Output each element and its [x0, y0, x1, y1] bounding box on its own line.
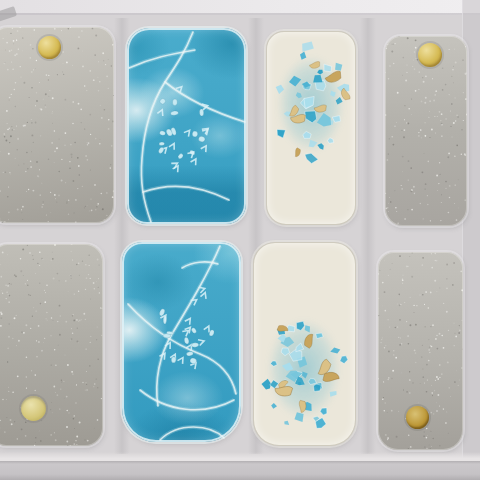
- sheet-bottom-shadow: [0, 461, 480, 480]
- nail-7-sticker: [253, 242, 356, 446]
- gold-stud: [21, 396, 46, 421]
- nail-wrap-sheet-photo: [0, 0, 480, 480]
- sheet-bottom-edge: [0, 452, 480, 461]
- nail-5-sticker: [0, 244, 103, 446]
- marble-overlay: [122, 242, 241, 442]
- glitter-texture: [0, 27, 114, 223]
- nail-8-sticker: [378, 252, 463, 450]
- marble-overlay: [127, 28, 246, 224]
- nail-2-sticker: [127, 28, 246, 224]
- glitter-texture: [0, 244, 103, 446]
- nail-6-sticker: [122, 242, 241, 442]
- gold-stud: [38, 36, 61, 59]
- gold-stud: [418, 43, 442, 67]
- nail-stickers-group: [0, 0, 480, 480]
- nail-1-sticker: [0, 27, 114, 223]
- flake-overlay: [267, 32, 357, 226]
- flake-overlay: [254, 243, 357, 447]
- nail-4-sticker: [385, 36, 467, 226]
- nail-3-sticker: [266, 31, 356, 225]
- gold-stud: [406, 406, 429, 429]
